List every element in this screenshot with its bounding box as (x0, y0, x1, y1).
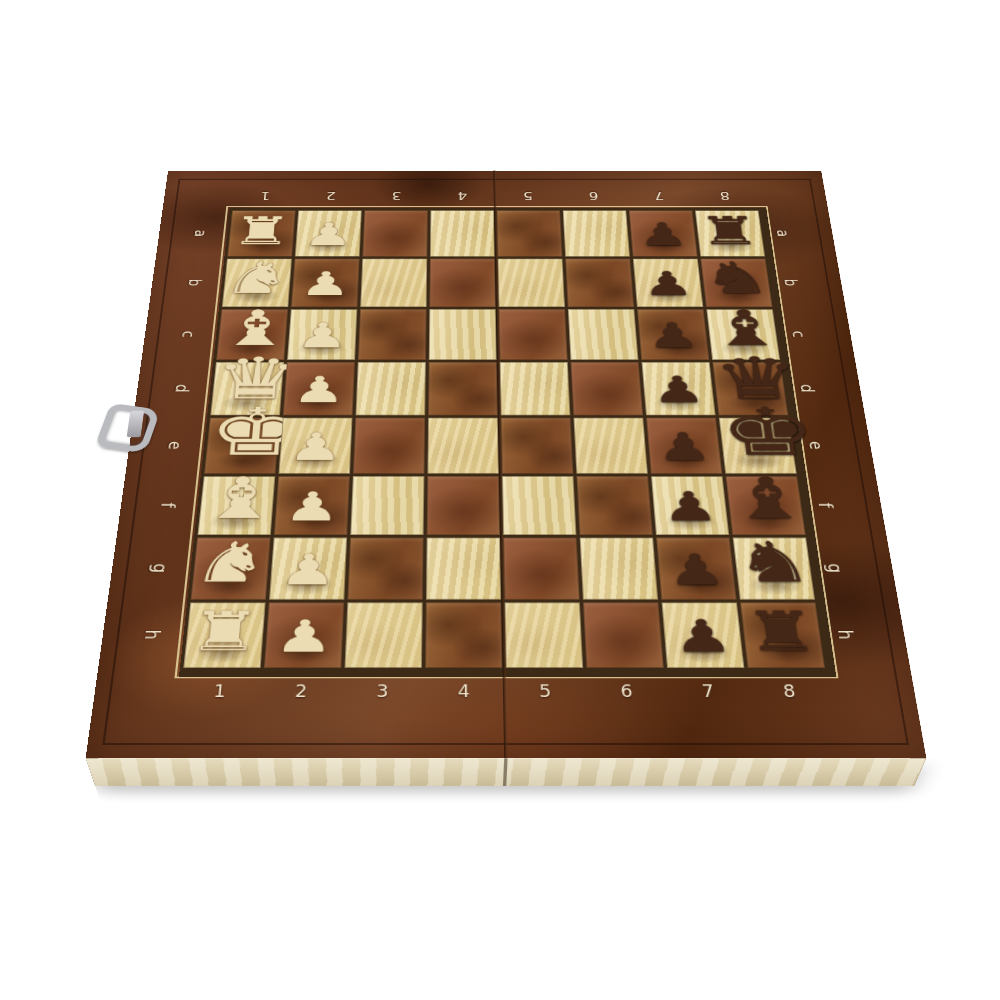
rank-label-bottom-2: 2 (286, 680, 316, 702)
rank-label-top-6: 6 (581, 189, 605, 203)
file-label-right-a: a (771, 225, 794, 242)
square-g7[interactable]: ♟ (656, 538, 736, 600)
square-g1[interactable]: ♞ (191, 538, 271, 600)
piece-shadow (273, 641, 334, 664)
square-h8[interactable]: ♜ (740, 602, 825, 667)
fold-seam-front (503, 758, 508, 785)
square-f6[interactable] (577, 476, 653, 535)
square-h5[interactable] (504, 602, 583, 667)
piece-glyph: ♟ (638, 318, 709, 352)
piece-glyph: ♟ (647, 428, 721, 466)
piece-glyph: ♟ (295, 219, 361, 250)
file-label-left-e: e (162, 435, 187, 456)
square-h7[interactable]: ♟ (662, 602, 745, 667)
square-g2[interactable]: ♟ (269, 538, 347, 600)
rank-label-top-3: 3 (385, 189, 409, 203)
piece-glyph: ♞ (192, 535, 271, 591)
square-b4[interactable] (429, 259, 495, 307)
piece-shadow (287, 451, 343, 470)
square-f8[interactable]: ♝ (726, 476, 806, 535)
square-f3[interactable] (350, 476, 424, 535)
file-label-left-d: d (170, 379, 194, 399)
piece-shadow (738, 511, 797, 531)
square-h4[interactable] (425, 602, 502, 667)
square-e7[interactable]: ♟ (646, 418, 722, 474)
piece-glyph: ♟ (652, 487, 728, 527)
square-h3[interactable] (345, 602, 423, 667)
piece-glyph: ♟ (663, 614, 744, 658)
square-h2[interactable]: ♟ (264, 602, 344, 667)
piece-shadow (283, 511, 340, 531)
file-label-left-g: g (147, 557, 173, 580)
piece-shadow (745, 574, 806, 596)
square-c6[interactable] (568, 309, 639, 360)
square-f7[interactable]: ♟ (651, 476, 729, 535)
piece-glyph: ♚ (205, 399, 281, 465)
square-d5[interactable] (500, 362, 571, 415)
piece-shadow (662, 511, 720, 531)
file-label-left-c: c (177, 325, 200, 344)
piece-shadow (206, 511, 264, 531)
piece-glyph: ♝ (725, 470, 805, 527)
square-g6[interactable] (580, 538, 658, 600)
square-f1[interactable]: ♝ (198, 476, 276, 535)
file-label-left-a: a (189, 225, 211, 242)
rank-label-bottom-8: 8 (774, 680, 806, 702)
square-b5[interactable] (498, 259, 565, 307)
file-label-left-b: b (183, 274, 206, 292)
rank-label-bottom-6: 6 (611, 680, 641, 702)
board-front-side (86, 758, 927, 785)
square-b7[interactable]: ♟ (633, 259, 703, 307)
piece-glyph: ♟ (642, 372, 714, 408)
square-g4[interactable] (426, 538, 501, 600)
rank-label-bottom-1: 1 (204, 680, 235, 702)
square-c4[interactable] (429, 309, 497, 360)
rank-label-top-4: 4 (450, 189, 473, 203)
square-d3[interactable] (356, 362, 426, 415)
piece-glyph: ♟ (657, 549, 735, 591)
file-label-right-c: c (787, 325, 811, 344)
square-g5[interactable] (503, 538, 579, 600)
piece-glyph: ♜ (228, 212, 296, 250)
piece-shadow (657, 451, 714, 470)
wooden-folding-chess-set-photo: ♜♟♟♜♞♟♟♞♝♟♟♝♛♟♟♛♚♟♟♚♝♟♟♝♞♟♟♞♜♟♟♜ 1122334… (0, 0, 1000, 1000)
square-c7[interactable]: ♟ (637, 309, 709, 360)
piece-glyph: ♞ (732, 535, 813, 591)
square-b6[interactable] (565, 259, 634, 307)
square-d4[interactable] (428, 362, 498, 415)
piece-glyph: ♝ (198, 470, 275, 527)
square-f5[interactable] (502, 476, 576, 535)
board-grid: ♜♟♟♜♞♟♟♞♝♟♟♝♛♟♟♛♚♟♟♚♝♟♟♝♞♟♟♞♜♟♟♜ (179, 208, 836, 676)
rank-label-top-7: 7 (647, 189, 672, 203)
square-e2[interactable]: ♟ (279, 418, 353, 474)
file-label-right-g: g (821, 557, 848, 580)
square-f2[interactable]: ♟ (274, 476, 350, 535)
square-a7[interactable]: ♟ (629, 210, 698, 256)
file-label-left-h: h (138, 623, 165, 647)
piece-glyph: ♟ (270, 549, 347, 591)
piece-glyph: ♚ (717, 399, 796, 465)
piece-glyph: ♜ (184, 604, 265, 658)
square-e6[interactable] (573, 418, 647, 474)
rank-label-top-5: 5 (516, 189, 540, 203)
piece-glyph: ♟ (265, 614, 344, 658)
square-e3[interactable] (353, 418, 425, 474)
chessboard: ♜♟♟♜♞♟♟♞♝♟♟♝♛♟♟♛♚♟♟♚♝♟♟♝♞♟♟♞♜♟♟♜ 1122334… (86, 171, 927, 759)
square-h6[interactable] (583, 602, 664, 667)
file-label-left-f: f (155, 494, 180, 516)
square-e5[interactable] (501, 418, 574, 474)
square-g3[interactable] (348, 538, 424, 600)
rank-label-top-2: 2 (319, 189, 343, 203)
piece-shadow (753, 641, 815, 664)
square-a8[interactable]: ♜ (695, 210, 765, 256)
file-label-right-b: b (779, 274, 802, 292)
square-a2[interactable]: ♟ (295, 210, 362, 256)
rank-label-bottom-4: 4 (449, 680, 478, 702)
piece-glyph: ♟ (634, 267, 703, 300)
square-b3[interactable] (360, 259, 427, 307)
square-f4[interactable] (427, 476, 500, 535)
piece-glyph: ♟ (275, 487, 350, 527)
square-e4[interactable] (427, 418, 498, 474)
piece-glyph: ♟ (630, 219, 697, 250)
square-d7[interactable]: ♟ (642, 362, 716, 415)
piece-shadow (674, 641, 736, 664)
square-h1[interactable]: ♜ (183, 602, 265, 667)
rank-label-bottom-5: 5 (530, 680, 560, 702)
square-c3[interactable] (358, 309, 427, 360)
piece-glyph: ♞ (700, 257, 771, 300)
rank-label-top-8: 8 (712, 189, 737, 203)
square-b2[interactable]: ♟ (291, 259, 360, 307)
piece-glyph: ♟ (292, 267, 360, 300)
piece-shadow (668, 574, 728, 596)
piece-glyph: ♞ (223, 257, 292, 300)
piece-glyph: ♜ (695, 212, 764, 250)
square-g8[interactable]: ♞ (733, 538, 815, 600)
file-label-right-h: h (831, 623, 859, 647)
piece-shadow (193, 641, 254, 664)
piece-shadow (200, 574, 260, 596)
square-c5[interactable] (499, 309, 568, 360)
square-a1[interactable]: ♜ (227, 210, 295, 256)
board-burl-border: ♜♟♟♜♞♟♟♞♝♟♟♝♛♟♟♛♚♟♟♚♝♟♟♝♞♟♟♞♜♟♟♜ 1122334… (86, 171, 927, 759)
file-label-right-f: f (812, 494, 838, 516)
rank-label-top-1: 1 (253, 189, 278, 203)
piece-glyph: ♜ (740, 604, 823, 658)
square-d6[interactable] (571, 362, 643, 415)
rank-label-bottom-7: 7 (693, 680, 724, 702)
rank-label-bottom-3: 3 (368, 680, 398, 702)
piece-shadow (278, 574, 337, 596)
